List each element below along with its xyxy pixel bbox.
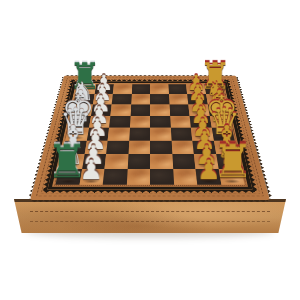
square-g4[interactable]: [131, 94, 150, 104]
board-lid: ♜♟♟♜♞♟♟♞♝♟♟♝♚♟♟♚♛♟♟♛♝♟♟♝♞♟♟♞♜♟♟♜: [30, 76, 270, 200]
square-d5[interactable]: [150, 128, 171, 141]
square-g5[interactable]: [150, 94, 169, 104]
square-b6[interactable]: [172, 154, 196, 169]
square-b4[interactable]: [127, 154, 150, 169]
square-a6[interactable]: [173, 169, 198, 185]
square-a8[interactable]: ♜: [218, 169, 244, 185]
square-a3[interactable]: [103, 169, 128, 185]
piece-white-pawn-a2[interactable]: ♟: [79, 157, 103, 184]
sawtooth-teeth-front: [43, 189, 257, 192]
square-e5[interactable]: [150, 116, 170, 128]
square-e6[interactable]: [170, 116, 191, 128]
square-f4[interactable]: [130, 105, 150, 116]
square-d3[interactable]: [108, 128, 130, 141]
square-f5[interactable]: [150, 105, 170, 116]
square-a2[interactable]: ♟: [79, 169, 104, 185]
square-g3[interactable]: [112, 94, 132, 104]
square-d4[interactable]: [129, 128, 150, 141]
square-a4[interactable]: [126, 169, 150, 185]
square-f6[interactable]: [169, 105, 189, 116]
square-e3[interactable]: [109, 116, 130, 128]
serrated-edge-front: [31, 200, 268, 202]
square-b5[interactable]: [150, 154, 173, 169]
square-h3[interactable]: [113, 84, 132, 94]
square-h4[interactable]: [131, 84, 150, 94]
square-a5[interactable]: [150, 169, 174, 185]
perspective-scene: ♜♟♟♜♞♟♟♞♝♟♟♝♚♟♟♚♛♟♟♛♝♟♟♝♞♟♟♞♜♟♟♜: [0, 0, 300, 300]
square-b3[interactable]: [104, 154, 128, 169]
square-a1[interactable]: ♜: [55, 169, 81, 185]
square-f3[interactable]: [110, 105, 130, 116]
square-g6[interactable]: [169, 94, 189, 104]
square-h5[interactable]: [150, 84, 169, 94]
chess-set-photo: ♜♟♟♜♞♟♟♞♝♟♟♝♚♟♟♚♛♟♟♛♝♟♟♝♞♟♟♞♜♟♟♜: [0, 0, 300, 300]
piece-black-rook-a8[interactable]: ♜: [212, 138, 253, 184]
square-d6[interactable]: [170, 128, 192, 141]
square-e4[interactable]: [130, 116, 150, 128]
square-h6[interactable]: [168, 84, 187, 94]
